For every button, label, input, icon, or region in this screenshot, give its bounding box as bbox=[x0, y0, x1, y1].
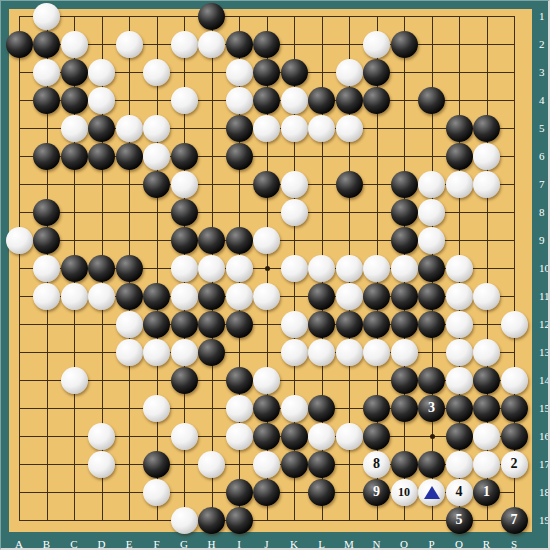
triangle-marker bbox=[424, 486, 440, 499]
black-stone-H13[interactable] bbox=[198, 339, 225, 366]
white-stone-Q12[interactable] bbox=[446, 311, 473, 338]
row-label-10: 10 bbox=[539, 262, 550, 274]
white-stone-Q11[interactable] bbox=[446, 283, 473, 310]
black-stone-Q19[interactable]: 5 bbox=[446, 507, 473, 534]
column-label-O: O bbox=[400, 538, 408, 550]
black-stone-B2[interactable] bbox=[33, 31, 60, 58]
white-stone-C14[interactable] bbox=[61, 367, 88, 394]
white-stone-H17[interactable] bbox=[198, 451, 225, 478]
column-label-J: J bbox=[264, 538, 268, 550]
white-stone-F15[interactable] bbox=[143, 395, 170, 422]
row-label-3: 3 bbox=[539, 66, 545, 78]
white-stone-M16[interactable] bbox=[336, 423, 363, 450]
black-stone-N11[interactable] bbox=[363, 283, 390, 310]
star-point bbox=[430, 434, 435, 439]
white-stone-O13[interactable] bbox=[391, 339, 418, 366]
white-stone-I4[interactable] bbox=[226, 87, 253, 114]
white-stone-H10[interactable] bbox=[198, 255, 225, 282]
black-stone-J4[interactable] bbox=[253, 87, 280, 114]
black-stone-L15[interactable] bbox=[308, 395, 335, 422]
black-stone-P14[interactable] bbox=[418, 367, 445, 394]
black-stone-K17[interactable] bbox=[281, 451, 308, 478]
black-stone-J7[interactable] bbox=[253, 171, 280, 198]
black-stone-F17[interactable] bbox=[143, 451, 170, 478]
black-stone-F7[interactable] bbox=[143, 171, 170, 198]
black-stone-B8[interactable] bbox=[33, 199, 60, 226]
black-stone-H12[interactable] bbox=[198, 311, 225, 338]
black-stone-L11[interactable] bbox=[308, 283, 335, 310]
row-label-19: 19 bbox=[539, 514, 550, 526]
black-stone-R14[interactable] bbox=[473, 367, 500, 394]
black-stone-E6[interactable] bbox=[116, 143, 143, 170]
black-stone-G9[interactable] bbox=[171, 227, 198, 254]
column-label-F: F bbox=[153, 538, 159, 550]
white-stone-M3[interactable] bbox=[336, 59, 363, 86]
black-stone-D5[interactable] bbox=[88, 115, 115, 142]
column-label-D: D bbox=[98, 538, 106, 550]
white-stone-R16[interactable] bbox=[473, 423, 500, 450]
black-stone-M7[interactable] bbox=[336, 171, 363, 198]
white-stone-Q7[interactable] bbox=[446, 171, 473, 198]
white-stone-O10[interactable] bbox=[391, 255, 418, 282]
column-label-L: L bbox=[318, 538, 325, 550]
black-stone-G8[interactable] bbox=[171, 199, 198, 226]
white-stone-K10[interactable] bbox=[281, 255, 308, 282]
white-stone-E5[interactable] bbox=[116, 115, 143, 142]
black-stone-I19[interactable] bbox=[226, 507, 253, 534]
star-point bbox=[265, 266, 270, 271]
black-stone-J16[interactable] bbox=[253, 423, 280, 450]
black-stone-I9[interactable] bbox=[226, 227, 253, 254]
white-stone-D3[interactable] bbox=[88, 59, 115, 86]
column-label-P: P bbox=[428, 538, 434, 550]
black-stone-K3[interactable] bbox=[281, 59, 308, 86]
white-stone-G11[interactable] bbox=[171, 283, 198, 310]
black-stone-O12[interactable] bbox=[391, 311, 418, 338]
black-stone-P12[interactable] bbox=[418, 311, 445, 338]
black-stone-D10[interactable] bbox=[88, 255, 115, 282]
row-label-2: 2 bbox=[539, 38, 545, 50]
row-label-4: 4 bbox=[539, 94, 545, 106]
column-label-G: G bbox=[180, 538, 188, 550]
move-number-label: 7 bbox=[511, 513, 518, 527]
black-stone-H1[interactable] bbox=[198, 3, 225, 30]
black-stone-L17[interactable] bbox=[308, 451, 335, 478]
black-stone-B4[interactable] bbox=[33, 87, 60, 114]
black-stone-I2[interactable] bbox=[226, 31, 253, 58]
white-stone-P7[interactable] bbox=[418, 171, 445, 198]
white-stone-M11[interactable] bbox=[336, 283, 363, 310]
black-stone-O14[interactable] bbox=[391, 367, 418, 394]
black-stone-B6[interactable] bbox=[33, 143, 60, 170]
black-stone-N16[interactable] bbox=[363, 423, 390, 450]
white-stone-L5[interactable] bbox=[308, 115, 335, 142]
black-stone-P10[interactable] bbox=[418, 255, 445, 282]
row-label-14: 14 bbox=[539, 374, 550, 386]
white-stone-L13[interactable] bbox=[308, 339, 335, 366]
black-stone-L18[interactable] bbox=[308, 479, 335, 506]
white-stone-R6[interactable] bbox=[473, 143, 500, 170]
white-stone-I3[interactable] bbox=[226, 59, 253, 86]
white-stone-G4[interactable] bbox=[171, 87, 198, 114]
white-stone-M5[interactable] bbox=[336, 115, 363, 142]
black-stone-M4[interactable] bbox=[336, 87, 363, 114]
white-stone-R7[interactable] bbox=[473, 171, 500, 198]
white-stone-K7[interactable] bbox=[281, 171, 308, 198]
white-stone-B11[interactable] bbox=[33, 283, 60, 310]
row-label-12: 12 bbox=[539, 318, 550, 330]
white-stone-I16[interactable] bbox=[226, 423, 253, 450]
white-stone-N17[interactable]: 8 bbox=[363, 451, 390, 478]
white-stone-S12[interactable] bbox=[501, 311, 528, 338]
black-stone-A2[interactable] bbox=[6, 31, 33, 58]
black-stone-N3[interactable] bbox=[363, 59, 390, 86]
black-stone-S15[interactable] bbox=[501, 395, 528, 422]
black-stone-E10[interactable] bbox=[116, 255, 143, 282]
black-stone-H11[interactable] bbox=[198, 283, 225, 310]
move-number-label: 9 bbox=[373, 485, 380, 499]
white-stone-N2[interactable] bbox=[363, 31, 390, 58]
white-stone-P8[interactable] bbox=[418, 199, 445, 226]
white-stone-A9[interactable] bbox=[6, 227, 33, 254]
black-stone-J3[interactable] bbox=[253, 59, 280, 86]
go-board[interactable]: 3829104157 bbox=[9, 9, 532, 532]
white-stone-Q17[interactable] bbox=[446, 451, 473, 478]
row-label-15: 15 bbox=[539, 402, 550, 414]
column-label-S: S bbox=[511, 538, 517, 550]
white-stone-S17[interactable]: 2 bbox=[501, 451, 528, 478]
white-stone-E13[interactable] bbox=[116, 339, 143, 366]
row-label-13: 13 bbox=[539, 346, 550, 358]
black-stone-R5[interactable] bbox=[473, 115, 500, 142]
move-number-label: 3 bbox=[428, 401, 435, 415]
white-stone-F3[interactable] bbox=[143, 59, 170, 86]
white-stone-N13[interactable] bbox=[363, 339, 390, 366]
black-stone-P17[interactable] bbox=[418, 451, 445, 478]
move-number-label: 5 bbox=[456, 513, 463, 527]
black-stone-N18[interactable]: 9 bbox=[363, 479, 390, 506]
row-label-1: 1 bbox=[539, 10, 545, 22]
black-stone-L12[interactable] bbox=[308, 311, 335, 338]
white-stone-K8[interactable] bbox=[281, 199, 308, 226]
black-stone-I6[interactable] bbox=[226, 143, 253, 170]
black-stone-O9[interactable] bbox=[391, 227, 418, 254]
move-number-label: 2 bbox=[511, 457, 518, 471]
black-stone-Q16[interactable] bbox=[446, 423, 473, 450]
black-stone-R18[interactable]: 1 bbox=[473, 479, 500, 506]
white-stone-J17[interactable] bbox=[253, 451, 280, 478]
black-stone-G6[interactable] bbox=[171, 143, 198, 170]
white-stone-F6[interactable] bbox=[143, 143, 170, 170]
grid-line-horizontal bbox=[19, 520, 515, 521]
white-stone-J11[interactable] bbox=[253, 283, 280, 310]
black-stone-J2[interactable] bbox=[253, 31, 280, 58]
white-stone-C11[interactable] bbox=[61, 283, 88, 310]
black-stone-C10[interactable] bbox=[61, 255, 88, 282]
white-stone-Q18[interactable]: 4 bbox=[446, 479, 473, 506]
black-stone-H9[interactable] bbox=[198, 227, 225, 254]
column-label-K: K bbox=[290, 538, 298, 550]
black-stone-I5[interactable] bbox=[226, 115, 253, 142]
black-stone-P4[interactable] bbox=[418, 87, 445, 114]
black-stone-J15[interactable] bbox=[253, 395, 280, 422]
black-stone-O2[interactable] bbox=[391, 31, 418, 58]
white-stone-P9[interactable] bbox=[418, 227, 445, 254]
row-label-9: 9 bbox=[539, 234, 545, 246]
white-stone-K12[interactable] bbox=[281, 311, 308, 338]
row-label-8: 8 bbox=[539, 206, 545, 218]
black-stone-O8[interactable] bbox=[391, 199, 418, 226]
white-stone-R11[interactable] bbox=[473, 283, 500, 310]
white-stone-M10[interactable] bbox=[336, 255, 363, 282]
black-stone-I18[interactable] bbox=[226, 479, 253, 506]
white-stone-J9[interactable] bbox=[253, 227, 280, 254]
column-label-B: B bbox=[43, 538, 50, 550]
column-label-I: I bbox=[237, 538, 241, 550]
move-number-label: 4 bbox=[456, 485, 463, 499]
white-stone-G16[interactable] bbox=[171, 423, 198, 450]
column-label-R: R bbox=[483, 538, 490, 550]
column-label-E: E bbox=[126, 538, 133, 550]
white-stone-R13[interactable] bbox=[473, 339, 500, 366]
white-stone-C2[interactable] bbox=[61, 31, 88, 58]
white-stone-F5[interactable] bbox=[143, 115, 170, 142]
black-stone-R15[interactable] bbox=[473, 395, 500, 422]
white-stone-G13[interactable] bbox=[171, 339, 198, 366]
white-stone-K13[interactable] bbox=[281, 339, 308, 366]
row-label-18: 18 bbox=[539, 486, 550, 498]
white-stone-Q10[interactable] bbox=[446, 255, 473, 282]
black-stone-I12[interactable] bbox=[226, 311, 253, 338]
white-stone-S14[interactable] bbox=[501, 367, 528, 394]
white-stone-E12[interactable] bbox=[116, 311, 143, 338]
white-stone-B1[interactable] bbox=[33, 3, 60, 30]
column-label-A: A bbox=[15, 538, 23, 550]
black-stone-M12[interactable] bbox=[336, 311, 363, 338]
column-label-Q: Q bbox=[455, 538, 463, 550]
white-stone-I10[interactable] bbox=[226, 255, 253, 282]
black-stone-N12[interactable] bbox=[363, 311, 390, 338]
black-stone-F11[interactable] bbox=[143, 283, 170, 310]
black-stone-E11[interactable] bbox=[116, 283, 143, 310]
black-stone-H19[interactable] bbox=[198, 507, 225, 534]
black-stone-N15[interactable] bbox=[363, 395, 390, 422]
black-stone-I14[interactable] bbox=[226, 367, 253, 394]
move-number-label: 1 bbox=[483, 485, 490, 499]
white-stone-G19[interactable] bbox=[171, 507, 198, 534]
white-stone-J5[interactable] bbox=[253, 115, 280, 142]
black-stone-O11[interactable] bbox=[391, 283, 418, 310]
white-stone-D11[interactable] bbox=[88, 283, 115, 310]
black-stone-Q15[interactable] bbox=[446, 395, 473, 422]
black-stone-G14[interactable] bbox=[171, 367, 198, 394]
white-stone-E2[interactable] bbox=[116, 31, 143, 58]
black-stone-O7[interactable] bbox=[391, 171, 418, 198]
go-board-window: 3829104157 ABCDEFGHIJKLMNOPQRS1234567891… bbox=[0, 0, 550, 550]
row-label-5: 5 bbox=[539, 122, 545, 134]
white-stone-I11[interactable] bbox=[226, 283, 253, 310]
white-stone-G2[interactable] bbox=[171, 31, 198, 58]
white-stone-K15[interactable] bbox=[281, 395, 308, 422]
black-stone-P15[interactable]: 3 bbox=[418, 395, 445, 422]
black-stone-L4[interactable] bbox=[308, 87, 335, 114]
white-stone-L10[interactable] bbox=[308, 255, 335, 282]
black-stone-S19[interactable]: 7 bbox=[501, 507, 528, 534]
white-stone-D4[interactable] bbox=[88, 87, 115, 114]
black-stone-B9[interactable] bbox=[33, 227, 60, 254]
move-number-label: 8 bbox=[373, 457, 380, 471]
black-stone-C3[interactable] bbox=[61, 59, 88, 86]
white-stone-N10[interactable] bbox=[363, 255, 390, 282]
row-label-17: 17 bbox=[539, 458, 550, 470]
white-stone-I15[interactable] bbox=[226, 395, 253, 422]
white-stone-G10[interactable] bbox=[171, 255, 198, 282]
column-label-N: N bbox=[373, 538, 381, 550]
white-stone-B10[interactable] bbox=[33, 255, 60, 282]
black-stone-N4[interactable] bbox=[363, 87, 390, 114]
white-stone-B3[interactable] bbox=[33, 59, 60, 86]
row-label-6: 6 bbox=[539, 150, 545, 162]
white-stone-F13[interactable] bbox=[143, 339, 170, 366]
white-stone-O18[interactable]: 10 bbox=[391, 479, 418, 506]
white-stone-K5[interactable] bbox=[281, 115, 308, 142]
white-stone-J14[interactable] bbox=[253, 367, 280, 394]
row-label-16: 16 bbox=[539, 430, 550, 442]
black-stone-P11[interactable] bbox=[418, 283, 445, 310]
black-stone-G12[interactable] bbox=[171, 311, 198, 338]
white-stone-F18[interactable] bbox=[143, 479, 170, 506]
white-stone-Q13[interactable] bbox=[446, 339, 473, 366]
white-stone-G7[interactable] bbox=[171, 171, 198, 198]
black-stone-Q6[interactable] bbox=[446, 143, 473, 170]
white-stone-R17[interactable] bbox=[473, 451, 500, 478]
white-stone-C5[interactable] bbox=[61, 115, 88, 142]
black-stone-O15[interactable] bbox=[391, 395, 418, 422]
black-stone-F12[interactable] bbox=[143, 311, 170, 338]
black-stone-Q5[interactable] bbox=[446, 115, 473, 142]
black-stone-K16[interactable] bbox=[281, 423, 308, 450]
black-stone-O17[interactable] bbox=[391, 451, 418, 478]
row-label-11: 11 bbox=[539, 290, 550, 302]
white-stone-H2[interactable] bbox=[198, 31, 225, 58]
white-stone-D16[interactable] bbox=[88, 423, 115, 450]
column-label-M: M bbox=[344, 538, 354, 550]
column-label-C: C bbox=[70, 538, 77, 550]
black-stone-S16[interactable] bbox=[501, 423, 528, 450]
white-stone-K4[interactable] bbox=[281, 87, 308, 114]
grid-line-horizontal bbox=[19, 352, 515, 353]
move-number-label: 10 bbox=[398, 486, 410, 498]
column-label-H: H bbox=[208, 538, 216, 550]
black-stone-J18[interactable] bbox=[253, 479, 280, 506]
white-stone-Q14[interactable] bbox=[446, 367, 473, 394]
white-stone-P18[interactable] bbox=[418, 479, 445, 506]
white-stone-D17[interactable] bbox=[88, 451, 115, 478]
black-stone-C6[interactable] bbox=[61, 143, 88, 170]
row-label-7: 7 bbox=[539, 178, 545, 190]
black-stone-C4[interactable] bbox=[61, 87, 88, 114]
white-stone-M13[interactable] bbox=[336, 339, 363, 366]
black-stone-D6[interactable] bbox=[88, 143, 115, 170]
white-stone-L16[interactable] bbox=[308, 423, 335, 450]
